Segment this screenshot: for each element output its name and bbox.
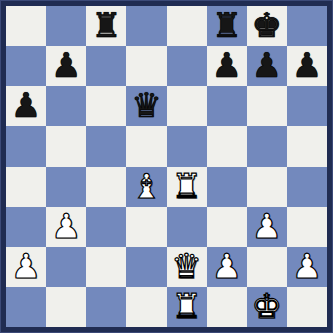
square-h8[interactable] bbox=[287, 6, 327, 46]
black-rook[interactable]: ♜ bbox=[211, 8, 241, 42]
black-pawn[interactable]: ♟ bbox=[292, 48, 322, 82]
square-c1[interactable] bbox=[86, 287, 126, 327]
square-f2[interactable]: ♟ bbox=[207, 247, 247, 287]
square-a5[interactable] bbox=[6, 126, 46, 166]
square-f8[interactable]: ♜ bbox=[207, 6, 247, 46]
black-rook[interactable]: ♜ bbox=[91, 8, 121, 42]
square-g7[interactable]: ♟ bbox=[247, 46, 287, 86]
square-h7[interactable]: ♟ bbox=[287, 46, 327, 86]
square-b7[interactable]: ♟ bbox=[46, 46, 86, 86]
white-rook[interactable]: ♜ bbox=[171, 289, 201, 323]
square-e7[interactable] bbox=[167, 46, 207, 86]
white-pawn[interactable]: ♟ bbox=[11, 249, 41, 283]
square-b5[interactable] bbox=[46, 126, 86, 166]
square-f1[interactable] bbox=[207, 287, 247, 327]
square-f4[interactable] bbox=[207, 167, 247, 207]
square-c4[interactable] bbox=[86, 167, 126, 207]
square-d1[interactable] bbox=[126, 287, 166, 327]
square-d2[interactable] bbox=[126, 247, 166, 287]
square-e6[interactable] bbox=[167, 86, 207, 126]
square-e4[interactable]: ♜ bbox=[167, 167, 207, 207]
black-queen[interactable]: ♛ bbox=[131, 88, 161, 122]
square-f6[interactable] bbox=[207, 86, 247, 126]
square-a1[interactable] bbox=[6, 287, 46, 327]
square-e3[interactable] bbox=[167, 207, 207, 247]
black-pawn[interactable]: ♟ bbox=[51, 48, 81, 82]
white-pawn[interactable]: ♟ bbox=[211, 249, 241, 283]
square-b6[interactable] bbox=[46, 86, 86, 126]
square-g8[interactable]: ♚ bbox=[247, 6, 287, 46]
square-g5[interactable] bbox=[247, 126, 287, 166]
square-a3[interactable] bbox=[6, 207, 46, 247]
square-h3[interactable] bbox=[287, 207, 327, 247]
square-c5[interactable] bbox=[86, 126, 126, 166]
black-pawn[interactable]: ♟ bbox=[211, 48, 241, 82]
black-pawn[interactable]: ♟ bbox=[11, 88, 41, 122]
square-e8[interactable] bbox=[167, 6, 207, 46]
white-king[interactable]: ♚ bbox=[252, 289, 282, 323]
white-bishop[interactable]: ♝ bbox=[131, 169, 161, 203]
square-h6[interactable] bbox=[287, 86, 327, 126]
square-c7[interactable] bbox=[86, 46, 126, 86]
white-pawn[interactable]: ♟ bbox=[292, 249, 322, 283]
square-d6[interactable]: ♛ bbox=[126, 86, 166, 126]
square-c3[interactable] bbox=[86, 207, 126, 247]
square-a7[interactable] bbox=[6, 46, 46, 86]
square-d7[interactable] bbox=[126, 46, 166, 86]
square-a4[interactable] bbox=[6, 167, 46, 207]
square-h1[interactable] bbox=[287, 287, 327, 327]
square-e2[interactable]: ♛ bbox=[167, 247, 207, 287]
square-g2[interactable] bbox=[247, 247, 287, 287]
square-a8[interactable] bbox=[6, 6, 46, 46]
white-pawn[interactable]: ♟ bbox=[51, 209, 81, 243]
chess-board: ♜♜♚♟♟♟♟♟♛♝♜♟♟♟♛♟♟♜♚ bbox=[6, 6, 327, 327]
black-king[interactable]: ♚ bbox=[252, 8, 282, 42]
square-g6[interactable] bbox=[247, 86, 287, 126]
square-h4[interactable] bbox=[287, 167, 327, 207]
square-b4[interactable] bbox=[46, 167, 86, 207]
white-rook[interactable]: ♜ bbox=[171, 169, 201, 203]
square-e5[interactable] bbox=[167, 126, 207, 166]
square-g4[interactable] bbox=[247, 167, 287, 207]
square-d8[interactable] bbox=[126, 6, 166, 46]
square-g1[interactable]: ♚ bbox=[247, 287, 287, 327]
square-b1[interactable] bbox=[46, 287, 86, 327]
square-c8[interactable]: ♜ bbox=[86, 6, 126, 46]
square-a2[interactable]: ♟ bbox=[6, 247, 46, 287]
square-h5[interactable] bbox=[287, 126, 327, 166]
square-d4[interactable]: ♝ bbox=[126, 167, 166, 207]
square-g3[interactable]: ♟ bbox=[247, 207, 287, 247]
square-b3[interactable]: ♟ bbox=[46, 207, 86, 247]
square-c2[interactable] bbox=[86, 247, 126, 287]
square-b8[interactable] bbox=[46, 6, 86, 46]
white-pawn[interactable]: ♟ bbox=[252, 209, 282, 243]
square-b2[interactable] bbox=[46, 247, 86, 287]
white-queen[interactable]: ♛ bbox=[171, 249, 201, 283]
square-f3[interactable] bbox=[207, 207, 247, 247]
square-e1[interactable]: ♜ bbox=[167, 287, 207, 327]
square-f7[interactable]: ♟ bbox=[207, 46, 247, 86]
square-h2[interactable]: ♟ bbox=[287, 247, 327, 287]
square-a6[interactable]: ♟ bbox=[6, 86, 46, 126]
square-f5[interactable] bbox=[207, 126, 247, 166]
square-d3[interactable] bbox=[126, 207, 166, 247]
black-pawn[interactable]: ♟ bbox=[252, 48, 282, 82]
square-d5[interactable] bbox=[126, 126, 166, 166]
chess-board-frame: ♜♜♚♟♟♟♟♟♛♝♜♟♟♟♛♟♟♜♚ bbox=[0, 0, 333, 333]
square-c6[interactable] bbox=[86, 86, 126, 126]
